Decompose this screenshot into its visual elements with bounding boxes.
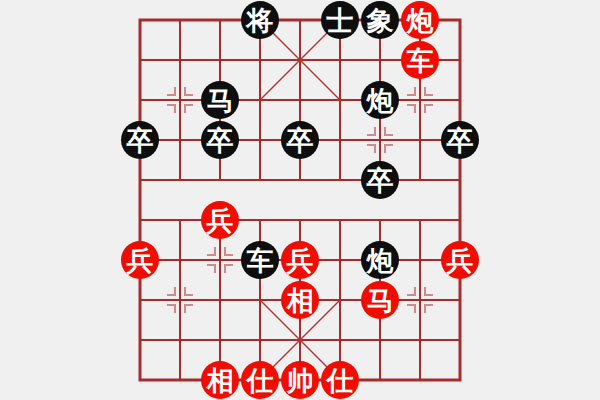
piece-red-cannon[interactable]: 炮 <box>401 1 439 39</box>
piece-red-soldier[interactable]: 兵 <box>121 241 159 279</box>
xiangqi-app: 将士象炮车马炮卒卒卒卒卒兵兵车兵炮兵相马相仕帅仕 <box>0 0 600 400</box>
piece-black-elephant[interactable]: 象 <box>361 1 399 39</box>
piece-black-chariot[interactable]: 车 <box>241 241 279 279</box>
piece-red-elephant[interactable]: 相 <box>201 361 239 399</box>
piece-red-general[interactable]: 帅 <box>281 361 319 399</box>
piece-red-soldier[interactable]: 兵 <box>201 201 239 239</box>
piece-black-soldier[interactable]: 卒 <box>361 161 399 199</box>
piece-black-horse[interactable]: 马 <box>201 81 239 119</box>
piece-red-horse[interactable]: 马 <box>361 281 399 319</box>
piece-black-soldier[interactable]: 卒 <box>201 121 239 159</box>
piece-black-advisor[interactable]: 士 <box>321 1 359 39</box>
piece-red-soldier[interactable]: 兵 <box>281 241 319 279</box>
piece-black-soldier[interactable]: 卒 <box>121 121 159 159</box>
piece-black-cannon[interactable]: 炮 <box>361 81 399 119</box>
piece-red-chariot[interactable]: 车 <box>401 41 439 79</box>
piece-black-soldier[interactable]: 卒 <box>441 121 479 159</box>
piece-red-advisor[interactable]: 仕 <box>321 361 359 399</box>
piece-red-advisor[interactable]: 仕 <box>241 361 279 399</box>
piece-black-cannon[interactable]: 炮 <box>361 241 399 279</box>
piece-red-elephant[interactable]: 相 <box>281 281 319 319</box>
piece-red-soldier[interactable]: 兵 <box>441 241 479 279</box>
piece-black-general[interactable]: 将 <box>241 1 279 39</box>
xiangqi-board-grid <box>0 0 600 400</box>
piece-black-soldier[interactable]: 卒 <box>281 121 319 159</box>
